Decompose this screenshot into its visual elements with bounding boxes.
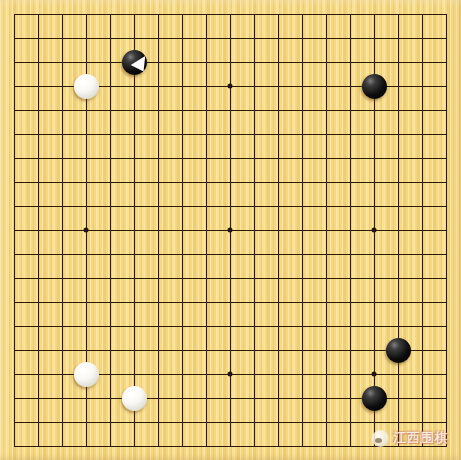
intersection-C1[interactable] xyxy=(50,434,74,458)
intersection-C4[interactable] xyxy=(50,362,74,386)
intersection-G3[interactable] xyxy=(146,386,170,410)
intersection-K9[interactable] xyxy=(218,242,242,266)
intersection-P12[interactable] xyxy=(338,170,362,194)
intersection-O17[interactable] xyxy=(314,50,338,74)
intersection-T8[interactable] xyxy=(434,266,458,290)
intersection-Q13[interactable] xyxy=(362,146,386,170)
intersection-H8[interactable] xyxy=(170,266,194,290)
intersection-G11[interactable] xyxy=(146,194,170,218)
intersection-Q19[interactable] xyxy=(362,2,386,26)
intersection-F7[interactable] xyxy=(122,290,146,314)
intersection-P7[interactable] xyxy=(338,290,362,314)
intersection-R5[interactable] xyxy=(386,338,410,362)
intersection-S12[interactable] xyxy=(410,170,434,194)
intersection-J10[interactable] xyxy=(194,218,218,242)
intersection-E15[interactable] xyxy=(98,98,122,122)
intersection-E9[interactable] xyxy=(98,242,122,266)
intersection-D16[interactable] xyxy=(74,74,98,98)
intersection-F8[interactable] xyxy=(122,266,146,290)
intersection-M14[interactable] xyxy=(266,122,290,146)
intersection-B4[interactable] xyxy=(26,362,50,386)
intersection-O19[interactable] xyxy=(314,2,338,26)
intersection-A9[interactable] xyxy=(2,242,26,266)
intersection-F13[interactable] xyxy=(122,146,146,170)
intersection-J4[interactable] xyxy=(194,362,218,386)
intersection-Q6[interactable] xyxy=(362,314,386,338)
intersection-A17[interactable] xyxy=(2,50,26,74)
intersection-N13[interactable] xyxy=(290,146,314,170)
intersection-Q2[interactable] xyxy=(362,410,386,434)
intersection-O11[interactable] xyxy=(314,194,338,218)
intersection-T14[interactable] xyxy=(434,122,458,146)
intersection-F6[interactable] xyxy=(122,314,146,338)
intersection-Q5[interactable] xyxy=(362,338,386,362)
intersection-E3[interactable] xyxy=(98,386,122,410)
intersection-B14[interactable] xyxy=(26,122,50,146)
intersection-S7[interactable] xyxy=(410,290,434,314)
intersection-P11[interactable] xyxy=(338,194,362,218)
intersection-G15[interactable] xyxy=(146,98,170,122)
intersection-S17[interactable] xyxy=(410,50,434,74)
intersection-J17[interactable] xyxy=(194,50,218,74)
intersection-E4[interactable] xyxy=(98,362,122,386)
intersection-E8[interactable] xyxy=(98,266,122,290)
intersection-L8[interactable] xyxy=(242,266,266,290)
intersection-F3[interactable] xyxy=(122,386,146,410)
intersection-O8[interactable] xyxy=(314,266,338,290)
intersection-P6[interactable] xyxy=(338,314,362,338)
intersection-R16[interactable] xyxy=(386,74,410,98)
intersection-A10[interactable] xyxy=(2,218,26,242)
intersection-C2[interactable] xyxy=(50,410,74,434)
intersection-C10[interactable] xyxy=(50,218,74,242)
intersection-N10[interactable] xyxy=(290,218,314,242)
intersection-E2[interactable] xyxy=(98,410,122,434)
intersection-K8[interactable] xyxy=(218,266,242,290)
intersection-H9[interactable] xyxy=(170,242,194,266)
intersection-M3[interactable] xyxy=(266,386,290,410)
black-stone[interactable] xyxy=(386,338,411,363)
intersection-R12[interactable] xyxy=(386,170,410,194)
intersection-A8[interactable] xyxy=(2,266,26,290)
intersection-C16[interactable] xyxy=(50,74,74,98)
intersection-A11[interactable] xyxy=(2,194,26,218)
intersection-M2[interactable] xyxy=(266,410,290,434)
intersection-T19[interactable] xyxy=(434,2,458,26)
intersection-K17[interactable] xyxy=(218,50,242,74)
intersection-H1[interactable] xyxy=(170,434,194,458)
intersection-N18[interactable] xyxy=(290,26,314,50)
intersection-Q17[interactable] xyxy=(362,50,386,74)
intersection-B11[interactable] xyxy=(26,194,50,218)
intersection-H4[interactable] xyxy=(170,362,194,386)
intersection-J1[interactable] xyxy=(194,434,218,458)
intersection-F19[interactable] xyxy=(122,2,146,26)
intersection-G18[interactable] xyxy=(146,26,170,50)
intersection-T2[interactable] xyxy=(434,410,458,434)
intersection-A15[interactable] xyxy=(2,98,26,122)
intersection-F14[interactable] xyxy=(122,122,146,146)
intersection-J7[interactable] xyxy=(194,290,218,314)
intersection-D10[interactable] xyxy=(74,218,98,242)
intersection-R11[interactable] xyxy=(386,194,410,218)
intersection-L9[interactable] xyxy=(242,242,266,266)
intersection-L19[interactable] xyxy=(242,2,266,26)
intersection-H10[interactable] xyxy=(170,218,194,242)
intersection-T16[interactable] xyxy=(434,74,458,98)
intersection-E17[interactable] xyxy=(98,50,122,74)
intersection-Q12[interactable] xyxy=(362,170,386,194)
intersection-R10[interactable] xyxy=(386,218,410,242)
intersection-H19[interactable] xyxy=(170,2,194,26)
intersection-Q11[interactable] xyxy=(362,194,386,218)
go-board[interactable] xyxy=(2,2,458,458)
intersection-B15[interactable] xyxy=(26,98,50,122)
intersection-O1[interactable] xyxy=(314,434,338,458)
intersection-B6[interactable] xyxy=(26,314,50,338)
intersection-P13[interactable] xyxy=(338,146,362,170)
intersection-A18[interactable] xyxy=(2,26,26,50)
intersection-P3[interactable] xyxy=(338,386,362,410)
intersection-C18[interactable] xyxy=(50,26,74,50)
intersection-N4[interactable] xyxy=(290,362,314,386)
intersection-E5[interactable] xyxy=(98,338,122,362)
intersection-D4[interactable] xyxy=(74,362,98,386)
intersection-H11[interactable] xyxy=(170,194,194,218)
intersection-M5[interactable] xyxy=(266,338,290,362)
intersection-D5[interactable] xyxy=(74,338,98,362)
intersection-K5[interactable] xyxy=(218,338,242,362)
intersection-G19[interactable] xyxy=(146,2,170,26)
intersection-J19[interactable] xyxy=(194,2,218,26)
intersection-S1[interactable] xyxy=(410,434,434,458)
intersection-H18[interactable] xyxy=(170,26,194,50)
intersection-S19[interactable] xyxy=(410,2,434,26)
intersection-O5[interactable] xyxy=(314,338,338,362)
intersection-D6[interactable] xyxy=(74,314,98,338)
intersection-S4[interactable] xyxy=(410,362,434,386)
intersection-G2[interactable] xyxy=(146,410,170,434)
intersection-R15[interactable] xyxy=(386,98,410,122)
intersection-E7[interactable] xyxy=(98,290,122,314)
intersection-A4[interactable] xyxy=(2,362,26,386)
intersection-L5[interactable] xyxy=(242,338,266,362)
intersection-M11[interactable] xyxy=(266,194,290,218)
intersection-P4[interactable] xyxy=(338,362,362,386)
intersection-O2[interactable] xyxy=(314,410,338,434)
intersection-Q10[interactable] xyxy=(362,218,386,242)
intersection-D11[interactable] xyxy=(74,194,98,218)
intersection-M1[interactable] xyxy=(266,434,290,458)
intersection-L1[interactable] xyxy=(242,434,266,458)
intersection-N3[interactable] xyxy=(290,386,314,410)
intersection-B10[interactable] xyxy=(26,218,50,242)
intersection-Q15[interactable] xyxy=(362,98,386,122)
intersection-P15[interactable] xyxy=(338,98,362,122)
intersection-O13[interactable] xyxy=(314,146,338,170)
intersection-K16[interactable] xyxy=(218,74,242,98)
intersection-G4[interactable] xyxy=(146,362,170,386)
intersection-M7[interactable] xyxy=(266,290,290,314)
intersection-T1[interactable] xyxy=(434,434,458,458)
intersection-M16[interactable] xyxy=(266,74,290,98)
intersection-P19[interactable] xyxy=(338,2,362,26)
intersection-M19[interactable] xyxy=(266,2,290,26)
intersection-L6[interactable] xyxy=(242,314,266,338)
intersection-R19[interactable] xyxy=(386,2,410,26)
intersection-K7[interactable] xyxy=(218,290,242,314)
intersection-H5[interactable] xyxy=(170,338,194,362)
intersection-T4[interactable] xyxy=(434,362,458,386)
intersection-F1[interactable] xyxy=(122,434,146,458)
intersection-A6[interactable] xyxy=(2,314,26,338)
intersection-C12[interactable] xyxy=(50,170,74,194)
intersection-T5[interactable] xyxy=(434,338,458,362)
intersection-E12[interactable] xyxy=(98,170,122,194)
intersection-J3[interactable] xyxy=(194,386,218,410)
intersection-G9[interactable] xyxy=(146,242,170,266)
intersection-G16[interactable] xyxy=(146,74,170,98)
intersection-L11[interactable] xyxy=(242,194,266,218)
intersection-B17[interactable] xyxy=(26,50,50,74)
intersection-O4[interactable] xyxy=(314,362,338,386)
intersection-D19[interactable] xyxy=(74,2,98,26)
intersection-N9[interactable] xyxy=(290,242,314,266)
intersection-E13[interactable] xyxy=(98,146,122,170)
intersection-A7[interactable] xyxy=(2,290,26,314)
intersection-G17[interactable] xyxy=(146,50,170,74)
intersection-D13[interactable] xyxy=(74,146,98,170)
intersection-H17[interactable] xyxy=(170,50,194,74)
intersection-N19[interactable] xyxy=(290,2,314,26)
intersection-J13[interactable] xyxy=(194,146,218,170)
intersection-D12[interactable] xyxy=(74,170,98,194)
intersection-A5[interactable] xyxy=(2,338,26,362)
intersection-Q18[interactable] xyxy=(362,26,386,50)
intersection-O15[interactable] xyxy=(314,98,338,122)
intersection-E14[interactable] xyxy=(98,122,122,146)
intersection-L17[interactable] xyxy=(242,50,266,74)
intersection-L2[interactable] xyxy=(242,410,266,434)
intersection-H6[interactable] xyxy=(170,314,194,338)
intersection-R7[interactable] xyxy=(386,290,410,314)
intersection-A19[interactable] xyxy=(2,2,26,26)
intersection-K3[interactable] xyxy=(218,386,242,410)
intersection-G12[interactable] xyxy=(146,170,170,194)
intersection-R9[interactable] xyxy=(386,242,410,266)
intersection-Q8[interactable] xyxy=(362,266,386,290)
intersection-N8[interactable] xyxy=(290,266,314,290)
intersection-P9[interactable] xyxy=(338,242,362,266)
intersection-L10[interactable] xyxy=(242,218,266,242)
intersection-R14[interactable] xyxy=(386,122,410,146)
intersection-C8[interactable] xyxy=(50,266,74,290)
intersection-M13[interactable] xyxy=(266,146,290,170)
intersection-E18[interactable] xyxy=(98,26,122,50)
intersection-A13[interactable] xyxy=(2,146,26,170)
intersection-E1[interactable] xyxy=(98,434,122,458)
intersection-B13[interactable] xyxy=(26,146,50,170)
intersection-M6[interactable] xyxy=(266,314,290,338)
intersection-G1[interactable] xyxy=(146,434,170,458)
intersection-K12[interactable] xyxy=(218,170,242,194)
intersection-F17[interactable] xyxy=(122,50,146,74)
intersection-A1[interactable] xyxy=(2,434,26,458)
intersection-N15[interactable] xyxy=(290,98,314,122)
intersection-F10[interactable] xyxy=(122,218,146,242)
intersection-Q1[interactable] xyxy=(362,434,386,458)
intersection-P16[interactable] xyxy=(338,74,362,98)
intersection-P10[interactable] xyxy=(338,218,362,242)
intersection-R3[interactable] xyxy=(386,386,410,410)
intersection-H2[interactable] xyxy=(170,410,194,434)
intersection-C3[interactable] xyxy=(50,386,74,410)
intersection-O18[interactable] xyxy=(314,26,338,50)
intersection-J14[interactable] xyxy=(194,122,218,146)
intersection-M18[interactable] xyxy=(266,26,290,50)
intersection-S10[interactable] xyxy=(410,218,434,242)
intersection-T13[interactable] xyxy=(434,146,458,170)
intersection-A14[interactable] xyxy=(2,122,26,146)
intersection-S16[interactable] xyxy=(410,74,434,98)
intersection-G5[interactable] xyxy=(146,338,170,362)
intersection-G6[interactable] xyxy=(146,314,170,338)
intersection-C19[interactable] xyxy=(50,2,74,26)
intersection-A2[interactable] xyxy=(2,410,26,434)
intersection-D14[interactable] xyxy=(74,122,98,146)
intersection-Q9[interactable] xyxy=(362,242,386,266)
intersection-B2[interactable] xyxy=(26,410,50,434)
intersection-K15[interactable] xyxy=(218,98,242,122)
intersection-S14[interactable] xyxy=(410,122,434,146)
intersection-O7[interactable] xyxy=(314,290,338,314)
white-stone[interactable] xyxy=(74,74,99,99)
intersection-B12[interactable] xyxy=(26,170,50,194)
intersection-M12[interactable] xyxy=(266,170,290,194)
intersection-D1[interactable] xyxy=(74,434,98,458)
intersection-H14[interactable] xyxy=(170,122,194,146)
intersection-D2[interactable] xyxy=(74,410,98,434)
intersection-S2[interactable] xyxy=(410,410,434,434)
intersection-G7[interactable] xyxy=(146,290,170,314)
black-stone[interactable] xyxy=(362,386,387,411)
intersection-J8[interactable] xyxy=(194,266,218,290)
intersection-L18[interactable] xyxy=(242,26,266,50)
intersection-N7[interactable] xyxy=(290,290,314,314)
intersection-D17[interactable] xyxy=(74,50,98,74)
intersection-N16[interactable] xyxy=(290,74,314,98)
intersection-D3[interactable] xyxy=(74,386,98,410)
intersection-T11[interactable] xyxy=(434,194,458,218)
intersection-Q14[interactable] xyxy=(362,122,386,146)
intersection-M10[interactable] xyxy=(266,218,290,242)
intersection-F11[interactable] xyxy=(122,194,146,218)
intersection-S15[interactable] xyxy=(410,98,434,122)
intersection-P1[interactable] xyxy=(338,434,362,458)
intersection-C5[interactable] xyxy=(50,338,74,362)
intersection-K4[interactable] xyxy=(218,362,242,386)
intersection-N11[interactable] xyxy=(290,194,314,218)
intersection-M17[interactable] xyxy=(266,50,290,74)
intersection-E16[interactable] xyxy=(98,74,122,98)
intersection-D15[interactable] xyxy=(74,98,98,122)
intersection-G14[interactable] xyxy=(146,122,170,146)
intersection-F18[interactable] xyxy=(122,26,146,50)
intersection-R13[interactable] xyxy=(386,146,410,170)
intersection-H12[interactable] xyxy=(170,170,194,194)
intersection-K2[interactable] xyxy=(218,410,242,434)
intersection-J2[interactable] xyxy=(194,410,218,434)
intersection-Q3[interactable] xyxy=(362,386,386,410)
intersection-H3[interactable] xyxy=(170,386,194,410)
intersection-M15[interactable] xyxy=(266,98,290,122)
intersection-S11[interactable] xyxy=(410,194,434,218)
intersection-C14[interactable] xyxy=(50,122,74,146)
black-stone[interactable] xyxy=(362,74,387,99)
intersection-L16[interactable] xyxy=(242,74,266,98)
intersection-B19[interactable] xyxy=(26,2,50,26)
intersection-L14[interactable] xyxy=(242,122,266,146)
intersection-S13[interactable] xyxy=(410,146,434,170)
intersection-E11[interactable] xyxy=(98,194,122,218)
intersection-L15[interactable] xyxy=(242,98,266,122)
intersection-E10[interactable] xyxy=(98,218,122,242)
intersection-T6[interactable] xyxy=(434,314,458,338)
intersection-J16[interactable] xyxy=(194,74,218,98)
intersection-K19[interactable] xyxy=(218,2,242,26)
intersection-H15[interactable] xyxy=(170,98,194,122)
intersection-N5[interactable] xyxy=(290,338,314,362)
intersection-K1[interactable] xyxy=(218,434,242,458)
intersection-A3[interactable] xyxy=(2,386,26,410)
intersection-R2[interactable] xyxy=(386,410,410,434)
intersection-G13[interactable] xyxy=(146,146,170,170)
intersection-O6[interactable] xyxy=(314,314,338,338)
intersection-S8[interactable] xyxy=(410,266,434,290)
intersection-B16[interactable] xyxy=(26,74,50,98)
intersection-J6[interactable] xyxy=(194,314,218,338)
intersection-B9[interactable] xyxy=(26,242,50,266)
intersection-H16[interactable] xyxy=(170,74,194,98)
intersection-T3[interactable] xyxy=(434,386,458,410)
intersection-N12[interactable] xyxy=(290,170,314,194)
intersection-M8[interactable] xyxy=(266,266,290,290)
intersection-E6[interactable] xyxy=(98,314,122,338)
intersection-O3[interactable] xyxy=(314,386,338,410)
intersection-S6[interactable] xyxy=(410,314,434,338)
intersection-D9[interactable] xyxy=(74,242,98,266)
intersection-F9[interactable] xyxy=(122,242,146,266)
intersection-S9[interactable] xyxy=(410,242,434,266)
intersection-E19[interactable] xyxy=(98,2,122,26)
white-stone[interactable] xyxy=(74,362,99,387)
intersection-A12[interactable] xyxy=(2,170,26,194)
intersection-P18[interactable] xyxy=(338,26,362,50)
intersection-J5[interactable] xyxy=(194,338,218,362)
intersection-G10[interactable] xyxy=(146,218,170,242)
intersection-L7[interactable] xyxy=(242,290,266,314)
intersection-N2[interactable] xyxy=(290,410,314,434)
intersection-O10[interactable] xyxy=(314,218,338,242)
intersection-T10[interactable] xyxy=(434,218,458,242)
intersection-T9[interactable] xyxy=(434,242,458,266)
intersection-H7[interactable] xyxy=(170,290,194,314)
intersection-P5[interactable] xyxy=(338,338,362,362)
intersection-N1[interactable] xyxy=(290,434,314,458)
intersection-S3[interactable] xyxy=(410,386,434,410)
intersection-H13[interactable] xyxy=(170,146,194,170)
intersection-R1[interactable] xyxy=(386,434,410,458)
